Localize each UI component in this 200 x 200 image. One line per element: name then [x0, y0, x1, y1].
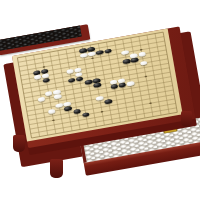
white-stone[interactable]: [121, 50, 129, 55]
black-stone[interactable]: [82, 112, 90, 117]
table-foot-left: [13, 135, 25, 152]
black-stone[interactable]: [73, 109, 81, 114]
table-foot-front: [50, 159, 63, 178]
white-stone[interactable]: [80, 53, 88, 58]
white-stone[interactable]: [66, 69, 74, 74]
black-stone[interactable]: [64, 106, 72, 111]
table-foot-right: [181, 111, 192, 127]
black-stone[interactable]: [122, 59, 130, 64]
white-stone[interactable]: [96, 96, 104, 101]
white-stone[interactable]: [48, 109, 56, 114]
black-stone[interactable]: [104, 48, 112, 53]
go-set-photo: [0, 0, 200, 200]
black-stone[interactable]: [42, 78, 50, 83]
black-stone[interactable]: [75, 76, 83, 81]
white-stone[interactable]: [139, 60, 147, 65]
white-stone[interactable]: [88, 51, 96, 56]
black-stone[interactable]: [131, 57, 139, 62]
black-stone[interactable]: [110, 84, 118, 89]
black-stone[interactable]: [96, 50, 104, 55]
white-stone[interactable]: [45, 91, 53, 96]
table-scene: [12, 26, 196, 148]
white-stone[interactable]: [37, 97, 45, 102]
black-stone[interactable]: [118, 83, 126, 88]
white-stone[interactable]: [33, 75, 41, 80]
white-stone[interactable]: [54, 94, 62, 99]
black-stone[interactable]: [93, 82, 101, 87]
white-stone[interactable]: [126, 81, 134, 86]
black-stone[interactable]: [84, 79, 92, 84]
white-stone[interactable]: [138, 52, 146, 57]
black-stone[interactable]: [67, 78, 75, 83]
black-stone[interactable]: [104, 99, 112, 104]
white-stone[interactable]: [55, 103, 63, 108]
